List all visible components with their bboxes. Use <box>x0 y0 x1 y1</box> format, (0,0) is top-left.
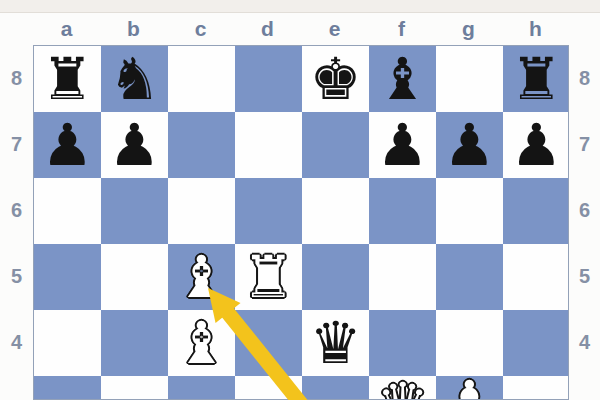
square-g6[interactable] <box>436 178 503 244</box>
square-g7[interactable] <box>436 112 503 178</box>
square-f8[interactable] <box>369 46 436 112</box>
square-e5[interactable] <box>302 244 369 310</box>
square-h4[interactable] <box>503 310 569 376</box>
rank-labels-left: 87654 <box>0 45 33 400</box>
rank-label-left-6: 6 <box>0 177 33 243</box>
chess-diagram: abcdefgh 87654 87654 ♜♞♚♝♜♟♟♟♟♟♝♜♝♛♛♟ <box>0 0 600 400</box>
square-c7[interactable] <box>168 112 235 178</box>
square-e6[interactable] <box>302 178 369 244</box>
square-a3[interactable] <box>34 376 101 400</box>
square-a8[interactable] <box>34 46 101 112</box>
square-h8[interactable] <box>503 46 569 112</box>
square-e3[interactable] <box>302 376 369 400</box>
square-g4[interactable] <box>436 310 503 376</box>
square-h3[interactable] <box>503 376 569 400</box>
square-d6[interactable] <box>235 178 302 244</box>
square-e8[interactable] <box>302 46 369 112</box>
rank-label-left-7: 7 <box>0 111 33 177</box>
square-c3[interactable] <box>168 376 235 400</box>
square-a6[interactable] <box>34 178 101 244</box>
square-f7[interactable] <box>369 112 436 178</box>
square-c5[interactable] <box>168 244 235 310</box>
square-d3[interactable] <box>235 376 302 400</box>
square-e4[interactable] <box>302 310 369 376</box>
square-f4[interactable] <box>369 310 436 376</box>
square-d4[interactable] <box>235 310 302 376</box>
square-b6[interactable] <box>101 178 168 244</box>
rank-label-right-8: 8 <box>569 45 600 111</box>
file-label-a: a <box>33 13 100 45</box>
square-g3[interactable] <box>436 376 503 400</box>
file-label-b: b <box>100 13 167 45</box>
square-a5[interactable] <box>34 244 101 310</box>
square-b8[interactable] <box>101 46 168 112</box>
square-f3[interactable] <box>369 376 436 400</box>
file-label-d: d <box>234 13 301 45</box>
square-c8[interactable] <box>168 46 235 112</box>
square-d8[interactable] <box>235 46 302 112</box>
square-b3[interactable] <box>101 376 168 400</box>
file-label-c: c <box>167 13 234 45</box>
square-f5[interactable] <box>369 244 436 310</box>
board-squares <box>34 46 569 400</box>
top-chrome-strip <box>0 0 600 13</box>
rank-label-right-7: 7 <box>569 111 600 177</box>
rank-label-right-4: 4 <box>569 309 600 375</box>
square-g8[interactable] <box>436 46 503 112</box>
square-f6[interactable] <box>369 178 436 244</box>
square-c4[interactable] <box>168 310 235 376</box>
square-b4[interactable] <box>101 310 168 376</box>
square-a4[interactable] <box>34 310 101 376</box>
rank-label-right-5: 5 <box>569 243 600 309</box>
file-label-f: f <box>368 13 435 45</box>
square-g5[interactable] <box>436 244 503 310</box>
file-label-e: e <box>301 13 368 45</box>
rank-label-left-5: 5 <box>0 243 33 309</box>
rank-label-left-8: 8 <box>0 45 33 111</box>
square-h6[interactable] <box>503 178 569 244</box>
chess-board: ♜♞♚♝♜♟♟♟♟♟♝♜♝♛♛♟ <box>33 45 569 400</box>
file-label-h: h <box>502 13 569 45</box>
square-d7[interactable] <box>235 112 302 178</box>
square-b7[interactable] <box>101 112 168 178</box>
square-a7[interactable] <box>34 112 101 178</box>
square-e7[interactable] <box>302 112 369 178</box>
rank-label-right-6: 6 <box>569 177 600 243</box>
rank-labels-right: 87654 <box>569 45 600 400</box>
file-labels-row: abcdefgh <box>33 13 569 45</box>
square-c6[interactable] <box>168 178 235 244</box>
file-label-g: g <box>435 13 502 45</box>
rank-label-left-4: 4 <box>0 309 33 375</box>
square-h5[interactable] <box>503 244 569 310</box>
square-b5[interactable] <box>101 244 168 310</box>
square-d5[interactable] <box>235 244 302 310</box>
square-h7[interactable] <box>503 112 569 178</box>
